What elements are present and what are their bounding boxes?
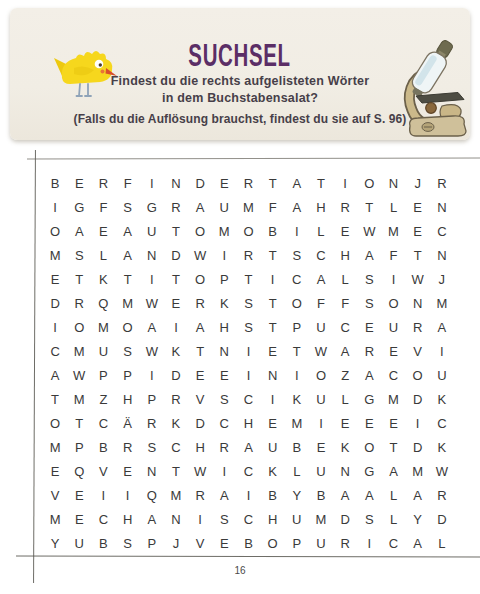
grid-cell: T	[261, 171, 285, 195]
grid-cell: O	[116, 315, 140, 339]
grid-cell: I	[43, 315, 67, 339]
grid-cell: A	[430, 315, 454, 339]
grid-cell: E	[116, 460, 140, 484]
grid-cell: L	[381, 484, 405, 508]
grid-cell: U	[309, 315, 333, 339]
grid-cell: C	[91, 508, 115, 532]
grid-cell: P	[140, 532, 164, 556]
grid-cell: N	[381, 171, 405, 195]
grid-cell: P	[285, 532, 309, 556]
grid-cell: E	[381, 339, 405, 363]
grid-cell: D	[406, 436, 430, 460]
grid-cell: U	[212, 195, 236, 219]
grid-cell: U	[261, 436, 285, 460]
grid-cell: Q	[91, 291, 115, 315]
grid-cell: I	[430, 339, 454, 363]
grid-cell: T	[357, 195, 381, 219]
grid-cell: L	[430, 532, 454, 556]
grid-cell: T	[261, 315, 285, 339]
grid-cell: G	[140, 195, 164, 219]
grid-cell: D	[188, 411, 212, 435]
grid-cell: T	[236, 267, 260, 291]
grid-cell: Y	[406, 508, 430, 532]
grid-cell: T	[381, 436, 405, 460]
grid-cell: V	[188, 387, 212, 411]
grid-cell: N	[333, 460, 357, 484]
grid-cell: E	[406, 219, 430, 243]
grid-cell: R	[164, 387, 188, 411]
grid-cell: U	[430, 363, 454, 387]
grid-cell: M	[285, 411, 309, 435]
grid-cell: M	[381, 387, 405, 411]
grid-cell: F	[116, 171, 140, 195]
grid-cell: R	[140, 411, 164, 435]
grid-cell: D	[333, 508, 357, 532]
grid-cell: I	[309, 411, 333, 435]
grid-cell: E	[357, 315, 381, 339]
grid-cell: R	[212, 436, 236, 460]
grid-cell: C	[236, 508, 260, 532]
grid-cell: W	[188, 243, 212, 267]
grid-cell: E	[67, 484, 91, 508]
grid-cell: I	[188, 508, 212, 532]
grid-cell: S	[116, 339, 140, 363]
grid-cell: P	[140, 387, 164, 411]
grid-cell: U	[381, 315, 405, 339]
grid-cell: H	[236, 411, 260, 435]
grid-cell: O	[357, 436, 381, 460]
grid-cell: A	[406, 484, 430, 508]
grid-cell: N	[430, 243, 454, 267]
grid-cell: S	[140, 436, 164, 460]
grid-cell: J	[164, 532, 188, 556]
grid-cell: I	[140, 171, 164, 195]
grid-cell: U	[285, 508, 309, 532]
grid-cell: R	[188, 291, 212, 315]
grid-cell: K	[91, 267, 115, 291]
grid-cell: A	[333, 339, 357, 363]
grid-cell: E	[333, 219, 357, 243]
grid-cell: K	[212, 291, 236, 315]
grid-cell: D	[164, 243, 188, 267]
grid-cell: A	[309, 267, 333, 291]
grid-cell: E	[309, 436, 333, 460]
grid-cell: M	[116, 291, 140, 315]
grid-cell: C	[430, 411, 454, 435]
grid-bottom-border	[16, 556, 480, 558]
grid-cell: S	[357, 508, 381, 532]
grid-cell: R	[357, 339, 381, 363]
grid-cell: S	[357, 291, 381, 315]
grid-cell: Q	[140, 484, 164, 508]
grid-cell: A	[116, 219, 140, 243]
grid-cell: O	[381, 291, 405, 315]
grid-cell: E	[261, 411, 285, 435]
grid-cell: T	[164, 219, 188, 243]
grid-cell: A	[140, 315, 164, 339]
grid-cell: M	[43, 508, 67, 532]
grid-cell: C	[333, 315, 357, 339]
grid-cell: I	[285, 219, 309, 243]
grid-cell: N	[430, 195, 454, 219]
grid-cell: Y	[43, 532, 67, 556]
grid-cell: H	[212, 315, 236, 339]
grid-cell: A	[357, 484, 381, 508]
grid-cell: E	[212, 171, 236, 195]
grid-cell: T	[406, 243, 430, 267]
grid-cell: U	[67, 532, 91, 556]
grid-cell: I	[236, 363, 260, 387]
grid-cell: N	[164, 171, 188, 195]
grid-cell: V	[91, 460, 115, 484]
grid-cell: C	[91, 411, 115, 435]
grid-cell: S	[285, 243, 309, 267]
grid-cell: V	[406, 339, 430, 363]
grid-cell: C	[381, 532, 405, 556]
grid-cell: M	[406, 460, 430, 484]
grid-cell: L	[381, 508, 405, 532]
grid-cell: R	[164, 195, 188, 219]
grid-cell: I	[140, 363, 164, 387]
grid-cell: K	[430, 436, 454, 460]
grid-cell: G	[357, 387, 381, 411]
grid-cell: H	[116, 387, 140, 411]
grid-cell: I	[212, 460, 236, 484]
grid-cell: K	[333, 436, 357, 460]
grid-cell: I	[43, 195, 67, 219]
grid-cell: S	[116, 532, 140, 556]
grid-cell: Z	[333, 363, 357, 387]
grid-cell: T	[309, 171, 333, 195]
grid-cell: O	[309, 363, 333, 387]
grid-cell: O	[188, 219, 212, 243]
grid-cell: M	[43, 436, 67, 460]
grid-cell: W	[430, 460, 454, 484]
grid-cell: L	[333, 387, 357, 411]
grid-cell: M	[43, 243, 67, 267]
grid-cell: T	[261, 291, 285, 315]
grid-cell: V	[188, 532, 212, 556]
grid-cell: L	[285, 460, 309, 484]
grid-cell: R	[188, 484, 212, 508]
grid-cell: T	[67, 267, 91, 291]
grid-cell: D	[164, 363, 188, 387]
grid-cell: Ä	[116, 411, 140, 435]
grid-cell: E	[212, 363, 236, 387]
grid-cell: D	[430, 508, 454, 532]
grid-cell: I	[333, 171, 357, 195]
grid-cell: M	[430, 291, 454, 315]
grid-cell: H	[116, 508, 140, 532]
letter-grid: BERFINDERTATIONJRIGFSGRAUMFAHRTLENOAEAUT…	[43, 171, 454, 556]
grid-cell: O	[43, 411, 67, 435]
grid-cell: A	[357, 363, 381, 387]
grid-cell: E	[406, 195, 430, 219]
grid-cell: W	[188, 460, 212, 484]
grid-cell: H	[188, 436, 212, 460]
grid-cell: E	[357, 411, 381, 435]
grid-cell: B	[43, 171, 67, 195]
grid-cell: O	[188, 267, 212, 291]
grid-cell: N	[406, 291, 430, 315]
grid-cell: O	[357, 171, 381, 195]
grid-cell: R	[67, 291, 91, 315]
grid-cell: B	[261, 219, 285, 243]
grid-cell: E	[164, 291, 188, 315]
grid-cell: M	[212, 219, 236, 243]
grid-cell: S	[67, 243, 91, 267]
grid-cell: C	[381, 363, 405, 387]
grid-cell: O	[285, 291, 309, 315]
grid-cell: P	[116, 363, 140, 387]
grid-cell: I	[381, 267, 405, 291]
grid-cell: B	[91, 436, 115, 460]
grid-cell: R	[333, 532, 357, 556]
grid-cell: P	[91, 363, 115, 387]
grid-cell: I	[406, 411, 430, 435]
grid-cell: A	[285, 171, 309, 195]
grid-cell: P	[285, 315, 309, 339]
grid-cell: T	[164, 460, 188, 484]
grid-cell: T	[188, 339, 212, 363]
grid-cell: K	[164, 339, 188, 363]
grid-cell: M	[91, 315, 115, 339]
grid-cell: T	[67, 411, 91, 435]
grid-cell: E	[43, 267, 67, 291]
grid-cell: W	[309, 339, 333, 363]
grid-cell: N	[164, 508, 188, 532]
grid-cell: D	[43, 291, 67, 315]
grid-cell: S	[212, 508, 236, 532]
grid-cell: P	[67, 436, 91, 460]
grid-left-border	[33, 150, 36, 583]
grid-cell: W	[357, 219, 381, 243]
grid-cell: R	[91, 171, 115, 195]
grid-cell: W	[140, 339, 164, 363]
grid-cell: I	[212, 243, 236, 267]
grid-cell: M	[236, 195, 260, 219]
grid-cell: K	[261, 460, 285, 484]
grid-cell: R	[116, 436, 140, 460]
grid-cell: S	[357, 267, 381, 291]
grid-cell: M	[309, 508, 333, 532]
grid-cell: A	[381, 460, 405, 484]
grid-cell: B	[285, 436, 309, 460]
grid-cell: E	[67, 171, 91, 195]
grid-cell: A	[140, 508, 164, 532]
grid-cell: H	[309, 195, 333, 219]
grid-cell: I	[261, 387, 285, 411]
grid-cell: A	[285, 195, 309, 219]
grid-cell: R	[333, 195, 357, 219]
grid-cell: D	[188, 171, 212, 195]
grid-cell: A	[236, 436, 260, 460]
grid-cell: T	[261, 243, 285, 267]
grid-cell: D	[406, 387, 430, 411]
grid-cell: A	[116, 243, 140, 267]
grid-cell: T	[43, 387, 67, 411]
grid-cell: I	[236, 484, 260, 508]
grid-cell: Y	[285, 484, 309, 508]
grid-cell: Q	[67, 460, 91, 484]
grid-cell: A	[67, 219, 91, 243]
grid-cell: E	[67, 508, 91, 532]
grid-cell: E	[91, 219, 115, 243]
grid-cell: O	[67, 315, 91, 339]
grid-cell: S	[212, 387, 236, 411]
grid-cell: U	[140, 219, 164, 243]
grid-cell: I	[236, 339, 260, 363]
grid-cell: U	[309, 532, 333, 556]
grid-cell: F	[381, 243, 405, 267]
grid-cell: F	[261, 195, 285, 219]
grid-cell: O	[236, 219, 260, 243]
grid-cell: U	[309, 387, 333, 411]
grid-cell: O	[406, 363, 430, 387]
grid-cell: H	[261, 508, 285, 532]
grid-cell: N	[212, 339, 236, 363]
grid-cell: T	[285, 339, 309, 363]
grid-cell: J	[406, 171, 430, 195]
grid-cell: A	[333, 484, 357, 508]
grid-cell: E	[188, 363, 212, 387]
grid-cell: R	[406, 315, 430, 339]
grid-cell: F	[309, 291, 333, 315]
grid-cell: S	[236, 315, 260, 339]
page: SUCHSEL Findest du die rechts aufgeliste…	[0, 0, 480, 594]
grid-cell: M	[67, 387, 91, 411]
grid-cell: C	[309, 243, 333, 267]
grid-cell: Z	[91, 387, 115, 411]
grid-cell: F	[91, 195, 115, 219]
grid-cell: I	[285, 363, 309, 387]
grid-cell: C	[43, 339, 67, 363]
grid-cell: S	[116, 195, 140, 219]
grid-cell: W	[406, 267, 430, 291]
grid-cell: I	[91, 484, 115, 508]
grid-cell: O	[261, 532, 285, 556]
grid-cell: I	[261, 267, 285, 291]
grid-cell: N	[261, 363, 285, 387]
grid-cell: L	[381, 195, 405, 219]
grid-cell: V	[43, 484, 67, 508]
grid-cell: K	[164, 411, 188, 435]
grid-cell: W	[67, 363, 91, 387]
grid-cell: G	[67, 195, 91, 219]
grid-top-border	[27, 158, 480, 160]
grid-cell: E	[381, 411, 405, 435]
grid-cell: G	[357, 460, 381, 484]
grid-cell: I	[140, 267, 164, 291]
page-number: 16	[0, 565, 480, 576]
grid-cell: S	[236, 291, 260, 315]
grid-cell: P	[212, 267, 236, 291]
grid-cell: I	[357, 532, 381, 556]
grid-cell: A	[188, 195, 212, 219]
grid-cell: B	[236, 532, 260, 556]
grid-cell: J	[430, 267, 454, 291]
grid-cell: E	[43, 460, 67, 484]
grid-cell: L	[91, 243, 115, 267]
grid-cell: E	[212, 532, 236, 556]
grid-cell: T	[116, 267, 140, 291]
grid-cell: O	[43, 219, 67, 243]
grid-cell: K	[430, 387, 454, 411]
grid-cell: A	[43, 363, 67, 387]
grid-cell: M	[67, 339, 91, 363]
grid-cell: H	[333, 243, 357, 267]
grid-cell: L	[309, 219, 333, 243]
microscope-icon	[398, 38, 473, 143]
grid-cell: A	[188, 315, 212, 339]
grid-cell: C	[430, 219, 454, 243]
grid-cell: W	[140, 291, 164, 315]
header-panel: SUCHSEL Findest du die rechts aufgeliste…	[10, 8, 470, 140]
grid-cell: B	[91, 532, 115, 556]
grid-cell: E	[261, 339, 285, 363]
grid-cell: K	[285, 387, 309, 411]
grid-cell: R	[236, 243, 260, 267]
grid-cell: R	[236, 171, 260, 195]
grid-cell: R	[430, 171, 454, 195]
grid-cell: E	[333, 411, 357, 435]
grid-cell: A	[357, 243, 381, 267]
grid-cell: I	[164, 315, 188, 339]
grid-cell: I	[116, 484, 140, 508]
grid-cell: U	[309, 460, 333, 484]
grid-cell: B	[261, 484, 285, 508]
grid-cell: B	[309, 484, 333, 508]
grid-cell: N	[140, 460, 164, 484]
grid-cell: F	[333, 291, 357, 315]
grid-cell: L	[333, 267, 357, 291]
grid-cell: C	[236, 387, 260, 411]
grid-cell: A	[406, 532, 430, 556]
grid-cell: A	[212, 484, 236, 508]
grid-cell: C	[164, 436, 188, 460]
grid-cell: M	[164, 484, 188, 508]
grid-cell: N	[140, 243, 164, 267]
grid-cell: C	[236, 460, 260, 484]
grid-cell: T	[164, 267, 188, 291]
grid-cell: R	[430, 484, 454, 508]
grid-cell: C	[285, 267, 309, 291]
grid-cell: C	[212, 411, 236, 435]
grid-cell: U	[91, 339, 115, 363]
grid-cell: M	[381, 219, 405, 243]
